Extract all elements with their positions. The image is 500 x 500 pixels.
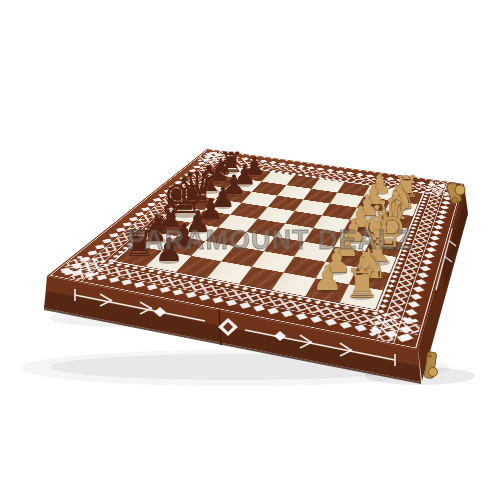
inlay-diamond: [419, 266, 430, 272]
inlay-diamond: [88, 277, 94, 280]
inlay-diamond: [297, 165, 305, 168]
inlay-diamond: [109, 277, 120, 283]
inlay-diamond: [412, 286, 424, 292]
inlay-diamond: [428, 181, 433, 183]
inlay-diamond: [122, 279, 133, 285]
inlay-diamond: [417, 210, 422, 212]
inlay-diamond: [316, 167, 324, 170]
inlay-diamond: [230, 154, 234, 156]
inlay-diamond: [433, 225, 443, 229]
inlay-diamond: [387, 284, 394, 287]
inlay-diamond: [429, 236, 440, 241]
inlay-diamond: [425, 247, 436, 252]
inlay-diamond: [434, 220, 444, 224]
inlay-diamond: [439, 205, 449, 209]
inlay-diamond: [398, 257, 404, 260]
inlay-diamond: [278, 162, 286, 165]
inlay-diamond: [423, 253, 434, 258]
inlay-diamond: [445, 188, 454, 192]
inlay-diamond: [415, 279, 427, 285]
inlay-diamond: [260, 160, 268, 163]
inlay-diamond: [296, 313, 308, 320]
inlay-diamond: [386, 289, 393, 292]
inlay-diamond: [224, 158, 228, 160]
inlay-diamond: [391, 275, 397, 278]
inlay-diamond: [267, 307, 279, 314]
inlay-diamond: [336, 170, 344, 173]
inlay-diamond: [199, 294, 210, 301]
inlay-diamond: [418, 207, 423, 209]
inlay-diamond: [421, 259, 432, 264]
inlay-diamond: [93, 272, 99, 275]
inlay-diamond: [147, 284, 158, 290]
inlay-diamond: [377, 309, 384, 313]
inlay-diamond: [250, 158, 258, 161]
inlay-diamond: [410, 293, 422, 299]
inlay-diamond: [281, 310, 293, 317]
inlay-diamond: [393, 270, 399, 273]
inlay-diamond: [417, 272, 429, 278]
inlay-diamond: [134, 281, 145, 287]
inlay-diamond: [288, 164, 296, 167]
inlay-diamond: [426, 186, 431, 188]
inlay-diamond: [427, 184, 432, 186]
inlay-diamond: [241, 157, 249, 160]
inlay-diamond: [396, 334, 409, 342]
inlay-diamond: [427, 241, 438, 246]
inlay-diamond: [98, 267, 104, 270]
inlay-diamond: [375, 315, 382, 319]
inlay-diamond: [227, 156, 231, 158]
inlay-diamond: [404, 309, 417, 316]
inlay-diamond: [346, 171, 354, 174]
inlay-diamond: [407, 301, 419, 308]
inlay-diamond: [382, 299, 389, 303]
inlay-diamond: [447, 184, 456, 187]
inlay-diamond: [396, 261, 402, 264]
inlay-diamond: [436, 215, 446, 219]
inlay-diamond: [421, 201, 426, 203]
inlay-diamond: [416, 213, 421, 215]
inlay-diamond: [368, 332, 375, 336]
inlay-diamond: [442, 196, 451, 200]
inlay-diamond: [384, 294, 391, 298]
inlay-diamond: [380, 304, 387, 308]
inlay-diamond: [413, 220, 419, 222]
inlay-diamond: [441, 201, 451, 205]
inlay-diamond: [444, 192, 453, 196]
inlay-diamond: [431, 230, 441, 235]
inlay-diamond: [423, 195, 428, 197]
inlay-diamond: [356, 173, 364, 176]
inlay-diamond: [307, 166, 315, 169]
inlay-diamond: [438, 210, 448, 214]
inlay-diamond: [212, 297, 223, 304]
inlay-diamond: [269, 161, 277, 164]
inlay-diamond: [419, 204, 424, 206]
inlay-diamond: [399, 326, 412, 333]
inlay-diamond: [425, 189, 430, 191]
inlay-diamond: [422, 198, 427, 200]
inlay-diamond: [103, 263, 109, 266]
inlay-diamond: [160, 286, 171, 292]
inlay-diamond: [253, 304, 265, 311]
inlay-diamond: [226, 299, 238, 306]
inlay-diamond: [325, 318, 338, 325]
inlay-diamond: [340, 321, 353, 328]
inlay-diamond: [222, 161, 226, 163]
product-photo: ♜♟♞♟♝♟♟♜♛♟♟♞♚♟♟♝♝♟♟♛♞♟♟♚♜♟♟♝♟♞♟♜ PARAMOU…: [0, 0, 500, 500]
inlay-diamond: [402, 317, 415, 324]
inlay-diamond: [395, 266, 401, 269]
inlay-diamond: [373, 320, 380, 324]
inlay-diamond: [424, 192, 429, 194]
inlay-diamond: [310, 315, 322, 322]
watermark-text: PARAMOUNT DEALZ: [127, 225, 413, 256]
inlay-diamond: [354, 324, 367, 331]
inlay-diamond: [389, 279, 395, 282]
inlay-diamond: [240, 302, 252, 309]
inlay-diamond: [326, 169, 334, 172]
inlay-diamond: [371, 326, 378, 330]
inlay-diamond: [414, 217, 419, 219]
inlay-diamond: [186, 291, 197, 297]
inlay-diamond: [366, 174, 375, 177]
inlay-diamond: [173, 289, 184, 295]
